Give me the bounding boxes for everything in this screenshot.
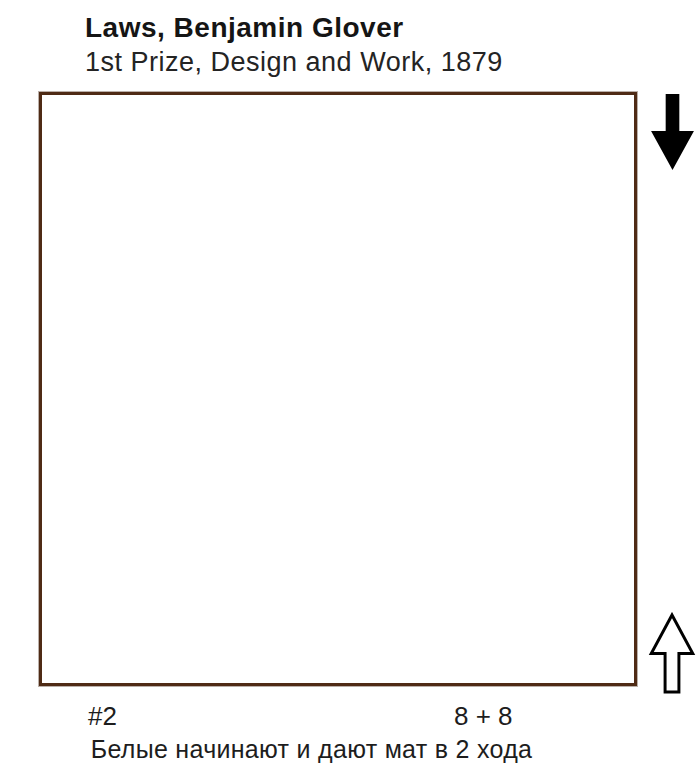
stipulation-label: #2 — [88, 701, 117, 732]
white-up-arrow-icon — [648, 612, 696, 695]
material-count-label: 8 + 8 — [454, 701, 513, 732]
chess-board — [39, 92, 637, 686]
black-down-arrow-icon — [651, 94, 694, 170]
chess-problem-page: Laws, Benjamin Glover 1st Prize, Design … — [0, 0, 700, 782]
task-caption-russian: Белые начинают и дают мат в 2 хода — [39, 735, 584, 764]
source-subtitle: 1st Prize, Design and Work, 1879 — [85, 47, 503, 78]
composer-title: Laws, Benjamin Glover — [85, 12, 404, 44]
